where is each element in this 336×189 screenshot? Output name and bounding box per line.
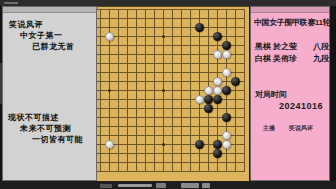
- match-info-panel: 中国女子围甲联赛11轮 黑棋 於之莹 八段 白棋 吴侑珍 九段 对局时间 202…: [250, 6, 330, 181]
- stone-white: [222, 131, 231, 140]
- stone-black: [213, 32, 222, 41]
- stone-black: [213, 95, 222, 104]
- stone-white: [195, 95, 204, 104]
- commentary-line: 现状不可描述: [8, 112, 59, 123]
- stone-black: [204, 104, 213, 113]
- stone-white: [105, 140, 114, 149]
- hoshi-point: [162, 89, 165, 92]
- white-player-rank: 九段: [313, 53, 329, 64]
- stone-white: [213, 50, 222, 59]
- black-player-row: 黑棋 於之莹 八段: [255, 41, 329, 52]
- commentary-line: 未来不可预测: [20, 123, 71, 134]
- match-title: 中国女子围甲联赛11轮: [254, 17, 328, 28]
- commentary-line: 已群龙无首: [32, 41, 75, 52]
- hoshi-point: [108, 89, 111, 92]
- move-progress-slider[interactable]: [118, 184, 152, 187]
- toolbar-status-mark: [100, 184, 112, 188]
- commentary-line: 笑说风评: [9, 19, 43, 30]
- stone-white: [204, 86, 213, 95]
- stone-black: [222, 41, 231, 50]
- white-label: 白棋: [255, 53, 273, 64]
- stone-black: [213, 149, 222, 158]
- commentary-line: 中女子第一: [20, 30, 63, 41]
- stone-white: [213, 86, 222, 95]
- game-time-label: 对局时间: [255, 89, 287, 100]
- black-player-name: 於之莹: [273, 41, 313, 52]
- commentary-panel: 笑说风评 中女子第一 已群龙无首 现状不可描述 未来不可预测 一切皆有可能: [2, 6, 97, 181]
- board-toolbar: [0, 181, 336, 189]
- white-player-name: 吴侑珍: [273, 53, 313, 64]
- stone-black: [204, 95, 213, 104]
- game-date: 20241016: [279, 101, 323, 111]
- stone-black: [195, 23, 204, 32]
- go-board[interactable]: [97, 6, 249, 182]
- stone-white: [222, 68, 231, 77]
- commentary-line: 一切皆有可能: [32, 134, 83, 145]
- stone-white: [213, 77, 222, 86]
- black-player-rank: 八段: [313, 41, 329, 52]
- stone-black: [213, 140, 222, 149]
- match-info-titlebar[interactable]: [251, 7, 329, 13]
- host-name: 笑说风评: [289, 124, 313, 133]
- go-board-grid: [97, 6, 249, 177]
- host-row: 主播 笑说风评: [263, 124, 313, 133]
- stone-white: [222, 140, 231, 149]
- stone-black: [222, 86, 231, 95]
- stone-black: [195, 140, 204, 149]
- stone-white: [105, 32, 114, 41]
- stone-black: [222, 113, 231, 122]
- window-title-mark: [4, 2, 18, 4]
- toolbar-button[interactable]: [181, 183, 199, 188]
- toolbar-button[interactable]: [156, 183, 166, 188]
- stone-black: [231, 77, 240, 86]
- commentary-panel-titlebar[interactable]: [3, 7, 96, 13]
- hoshi-point: [162, 143, 165, 146]
- host-label: 主播: [263, 124, 275, 133]
- black-label: 黑棋: [255, 41, 273, 52]
- hoshi-point: [162, 35, 165, 38]
- white-player-row: 白棋 吴侑珍 九段: [255, 53, 329, 64]
- stone-white: [222, 50, 231, 59]
- toolbar-button[interactable]: [202, 183, 210, 188]
